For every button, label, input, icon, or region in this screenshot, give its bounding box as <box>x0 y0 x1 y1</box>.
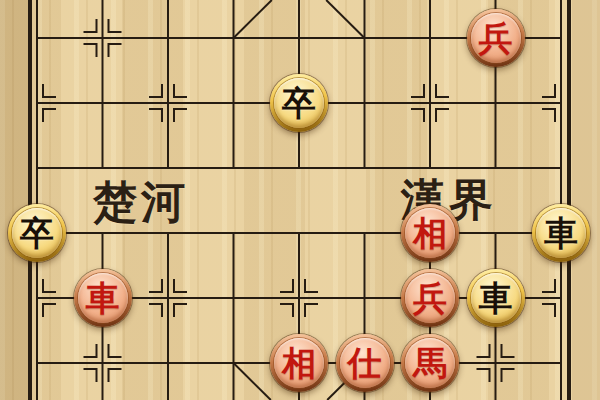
piece-face: 相 <box>405 208 455 258</box>
piece-black-soldier-f0r5[interactable]: 卒 <box>8 204 66 262</box>
piece-face: 車 <box>78 273 128 323</box>
piece-glyph: 卒 <box>282 86 316 120</box>
piece-glyph: 相 <box>413 216 447 250</box>
piece-face: 仕 <box>340 338 390 388</box>
pieces-layer: 兵卒卒相車車兵車相仕馬 <box>0 0 600 400</box>
xiangqi-board: 楚河 漢界 兵卒卒相車車兵車相仕馬 <box>0 0 600 400</box>
piece-face: 兵 <box>405 273 455 323</box>
piece-black-soldier-f4r3[interactable]: 卒 <box>270 74 328 132</box>
piece-red-elephant-f4r7[interactable]: 相 <box>270 334 328 392</box>
piece-face: 兵 <box>471 13 521 63</box>
piece-red-soldier-f6r6[interactable]: 兵 <box>401 269 459 327</box>
piece-glyph: 相 <box>282 346 316 380</box>
piece-glyph: 車 <box>479 281 513 315</box>
piece-face: 車 <box>536 208 586 258</box>
piece-glyph: 兵 <box>479 21 513 55</box>
piece-face: 相 <box>274 338 324 388</box>
piece-face: 卒 <box>12 208 62 258</box>
piece-face: 馬 <box>405 338 455 388</box>
piece-red-soldier-f7r2[interactable]: 兵 <box>467 9 525 67</box>
piece-glyph: 馬 <box>413 346 447 380</box>
piece-face: 卒 <box>274 78 324 128</box>
piece-glyph: 車 <box>86 281 120 315</box>
piece-glyph: 車 <box>544 216 578 250</box>
piece-black-chariot-f7r6[interactable]: 車 <box>467 269 525 327</box>
piece-red-elephant-f6r5[interactable]: 相 <box>401 204 459 262</box>
piece-glyph: 仕 <box>348 346 382 380</box>
piece-glyph: 兵 <box>413 281 447 315</box>
piece-glyph: 卒 <box>20 216 54 250</box>
piece-black-chariot-f8r5[interactable]: 車 <box>532 204 590 262</box>
piece-red-chariot-f1r6[interactable]: 車 <box>74 269 132 327</box>
piece-red-horse-f6r7[interactable]: 馬 <box>401 334 459 392</box>
piece-face: 車 <box>471 273 521 323</box>
piece-red-advisor-f5r7[interactable]: 仕 <box>336 334 394 392</box>
